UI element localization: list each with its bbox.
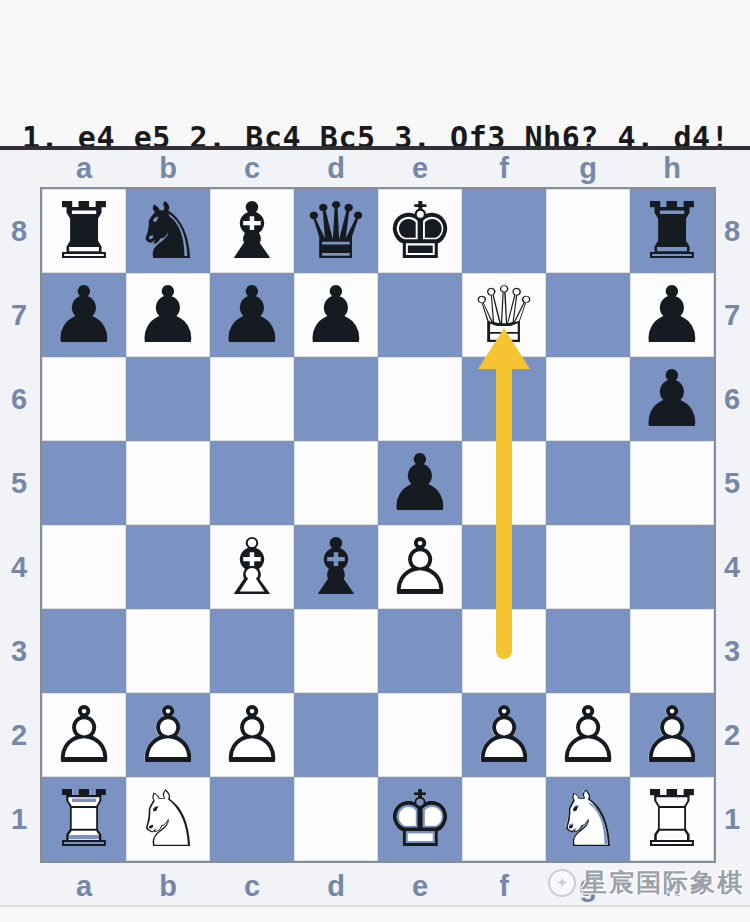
file-label-b: b [126,867,210,905]
white-knight-outline: ♘ [546,777,630,861]
black-king-piece: ♚ [378,189,462,273]
square-a4 [42,525,126,609]
square-b1: ♞♘ [126,777,210,861]
square-c5 [210,441,294,525]
square-f8 [462,189,546,273]
black-pawn-piece: ♟ [294,273,378,357]
square-g3 [546,609,630,693]
rank-label-5: 5 [714,441,750,525]
star-logo-icon: ✦ [548,869,576,897]
rank-label-1: 1 [0,777,38,861]
square-d7: ♟ [294,273,378,357]
black-pawn-piece: ♟ [126,273,210,357]
square-c2: ♟♙ [210,693,294,777]
square-e2 [378,693,462,777]
square-f6 [462,357,546,441]
square-g7 [546,273,630,357]
square-c4: ♝♗ [210,525,294,609]
square-d8: ♛ [294,189,378,273]
square-g1: ♞♘ [546,777,630,861]
rank-label-6: 6 [714,357,750,441]
white-pawn-outline: ♙ [546,693,630,777]
square-e5: ♟ [378,441,462,525]
square-b2: ♟♙ [126,693,210,777]
square-c7: ♟ [210,273,294,357]
square-a6 [42,357,126,441]
white-knight-outline: ♘ [126,777,210,861]
file-label-b: b [126,150,210,186]
square-b6 [126,357,210,441]
square-a5 [42,441,126,525]
square-a1: ♜♖ [42,777,126,861]
square-f7: ♛♕ [462,273,546,357]
square-d6 [294,357,378,441]
file-labels-top: abcdefgh [42,150,714,186]
file-label-g: g [546,150,630,186]
file-label-a: a [42,150,126,186]
watermark-text: 星宸国际象棋 [582,866,744,899]
square-b3 [126,609,210,693]
square-g2: ♟♙ [546,693,630,777]
rank-label-8: 8 [0,189,38,273]
square-h8: ♜ [630,189,714,273]
file-label-e: e [378,867,462,905]
chess-board-widget: abcdefgh 87654321 ♜♞♝♛♚♜♟♟♟♟♛♕♟♟♟♝♗♝♟♙♟♙… [0,150,750,905]
square-e6 [378,357,462,441]
black-pawn-piece: ♟ [630,357,714,441]
square-g5 [546,441,630,525]
square-g6 [546,357,630,441]
square-h1: ♜♖ [630,777,714,861]
square-b7: ♟ [126,273,210,357]
white-pawn-outline: ♙ [126,693,210,777]
watermark: ✦ 星宸国际象棋 [548,866,744,899]
file-label-d: d [294,867,378,905]
rank-label-1: 1 [714,777,750,861]
black-bishop-piece: ♝ [210,189,294,273]
file-label-c: c [210,150,294,186]
rank-label-7: 7 [714,273,750,357]
rank-label-3: 3 [714,609,750,693]
black-pawn-piece: ♟ [42,273,126,357]
white-rook-outline: ♖ [42,777,126,861]
white-pawn-outline: ♙ [378,525,462,609]
square-c6 [210,357,294,441]
square-a7: ♟ [42,273,126,357]
square-h4 [630,525,714,609]
square-a2: ♟♙ [42,693,126,777]
square-e7 [378,273,462,357]
white-rook-outline: ♖ [630,777,714,861]
square-a3 [42,609,126,693]
square-h3 [630,609,714,693]
white-queen-outline: ♕ [462,273,546,357]
square-f5 [462,441,546,525]
file-label-h: h [630,150,714,186]
bottom-divider [0,905,750,907]
square-b8: ♞ [126,189,210,273]
white-bishop-outline: ♗ [210,525,294,609]
square-f3 [462,609,546,693]
white-pawn-outline: ♙ [210,693,294,777]
square-f1 [462,777,546,861]
rank-label-4: 4 [0,525,38,609]
square-d3 [294,609,378,693]
square-e8: ♚ [378,189,462,273]
square-d2 [294,693,378,777]
square-a8: ♜ [42,189,126,273]
square-d5 [294,441,378,525]
file-label-c: c [210,867,294,905]
square-f4 [462,525,546,609]
rank-label-3: 3 [0,609,38,693]
file-label-f: f [462,867,546,905]
file-label-a: a [42,867,126,905]
square-g8 [546,189,630,273]
square-b5 [126,441,210,525]
rank-label-5: 5 [0,441,38,525]
square-e3 [378,609,462,693]
square-h5 [630,441,714,525]
black-queen-piece: ♛ [294,189,378,273]
white-pawn-outline: ♙ [42,693,126,777]
rank-label-4: 4 [714,525,750,609]
black-knight-piece: ♞ [126,189,210,273]
rank-label-7: 7 [0,273,38,357]
black-rook-piece: ♜ [630,189,714,273]
square-d4: ♝ [294,525,378,609]
black-bishop-piece: ♝ [294,525,378,609]
white-pawn-outline: ♙ [630,693,714,777]
file-label-f: f [462,150,546,186]
white-king-outline: ♔ [378,777,462,861]
black-pawn-piece: ♟ [210,273,294,357]
square-h7: ♟ [630,273,714,357]
square-g4 [546,525,630,609]
square-d1 [294,777,378,861]
black-pawn-piece: ♟ [630,273,714,357]
rank-label-2: 2 [714,693,750,777]
square-e4: ♟♙ [378,525,462,609]
black-pawn-piece: ♟ [378,441,462,525]
square-f2: ♟♙ [462,693,546,777]
square-c8: ♝ [210,189,294,273]
square-h2: ♟♙ [630,693,714,777]
square-e1: ♚♔ [378,777,462,861]
square-b4 [126,525,210,609]
rank-label-2: 2 [0,693,38,777]
file-label-d: d [294,150,378,186]
rank-label-6: 6 [0,357,38,441]
rank-labels-right: 87654321 [714,189,750,861]
rank-labels-left: 87654321 [0,189,38,861]
rank-label-8: 8 [714,189,750,273]
black-rook-piece: ♜ [42,189,126,273]
square-h6: ♟ [630,357,714,441]
white-pawn-outline: ♙ [462,693,546,777]
square-c1 [210,777,294,861]
chess-board: ♜♞♝♛♚♜♟♟♟♟♛♕♟♟♟♝♗♝♟♙♟♙♟♙♟♙♟♙♟♙♟♙♜♖♞♘♚♔♞♘… [40,187,716,863]
square-c3 [210,609,294,693]
file-label-e: e [378,150,462,186]
